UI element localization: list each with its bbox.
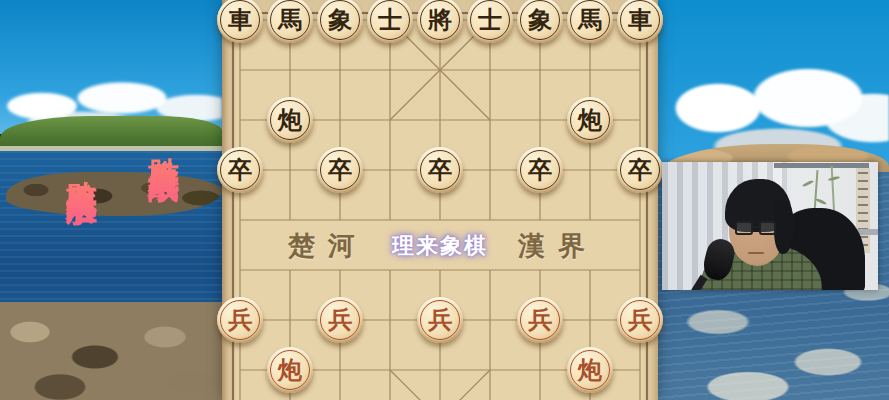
webcam-overlay <box>662 162 878 290</box>
piece-ring: 炮 <box>570 350 610 390</box>
piece-glyph: 士 <box>378 8 402 32</box>
piece-ring: 卒 <box>420 150 460 190</box>
piece-red-cannon[interactable]: 炮 <box>267 347 313 393</box>
piece-red-soldier[interactable]: 兵 <box>217 297 263 343</box>
piece-ring: 卒 <box>520 150 560 190</box>
piece-ring: 車 <box>620 0 660 40</box>
piece-black-horse[interactable]: 馬 <box>267 0 313 43</box>
piece-glyph: 兵 <box>528 308 552 332</box>
piece-ring: 炮 <box>270 350 310 390</box>
piece-ring: 馬 <box>270 0 310 40</box>
piece-black-cannon[interactable]: 炮 <box>567 97 613 143</box>
piece-glyph: 士 <box>478 8 502 32</box>
glasses-bridge <box>753 226 762 228</box>
glasses-lens <box>735 221 752 235</box>
piece-glyph: 卒 <box>428 158 452 182</box>
rock-spit <box>6 172 222 216</box>
piece-ring: 象 <box>320 0 360 40</box>
piece-black-chariot[interactable]: 車 <box>617 0 663 43</box>
piece-glyph: 象 <box>528 8 552 32</box>
piece-ring: 馬 <box>570 0 610 40</box>
piece-black-elephant[interactable]: 象 <box>517 0 563 43</box>
piece-glyph: 馬 <box>578 8 602 32</box>
piece-glyph: 炮 <box>278 108 302 132</box>
piece-ring: 象 <box>520 0 560 40</box>
piece-ring: 炮 <box>570 100 610 140</box>
screenshot-root: 楚河 理来象棋 漢界 車馬象士將士象馬車炮炮卒卒卒卒卒兵兵兵兵兵炮炮 胜兵先胜而… <box>0 0 889 400</box>
piece-red-cannon[interactable]: 炮 <box>567 347 613 393</box>
piece-ring: 卒 <box>320 150 360 190</box>
piece-glyph: 卒 <box>628 158 652 182</box>
glasses-lens <box>759 221 776 235</box>
piece-ring: 兵 <box>520 300 560 340</box>
piece-glyph: 將 <box>428 8 452 32</box>
rocky-shore <box>0 302 222 400</box>
piece-glyph: 卒 <box>528 158 552 182</box>
piece-glyph: 兵 <box>428 308 452 332</box>
webcam-curtain-rod <box>774 163 869 167</box>
webcam-person-mouth <box>748 252 763 254</box>
piece-glyph: 卒 <box>328 158 352 182</box>
bamboo-leaf <box>828 176 840 183</box>
piece-ring: 車 <box>220 0 260 40</box>
piece-black-advisor[interactable]: 士 <box>467 0 513 43</box>
piece-red-soldier[interactable]: 兵 <box>317 297 363 343</box>
piece-black-soldier[interactable]: 卒 <box>617 147 663 193</box>
piece-ring: 卒 <box>220 150 260 190</box>
piece-red-soldier[interactable]: 兵 <box>417 297 463 343</box>
piece-ring: 士 <box>470 0 510 40</box>
overlay-quote-line1: 胜兵先胜而后求战 <box>146 133 182 400</box>
webcam-person-hair <box>774 200 793 254</box>
piece-black-horse[interactable]: 馬 <box>567 0 613 43</box>
piece-black-elephant[interactable]: 象 <box>317 0 363 43</box>
piece-black-soldier[interactable]: 卒 <box>217 147 263 193</box>
piece-glyph: 車 <box>628 8 652 32</box>
piece-ring: 兵 <box>320 300 360 340</box>
piece-ring: 兵 <box>220 300 260 340</box>
piece-black-soldier[interactable]: 卒 <box>417 147 463 193</box>
piece-glyph: 炮 <box>278 358 302 382</box>
piece-red-soldier[interactable]: 兵 <box>517 297 563 343</box>
piece-ring: 兵 <box>620 300 660 340</box>
piece-black-cannon[interactable]: 炮 <box>267 97 313 143</box>
piece-ring: 卒 <box>620 150 660 190</box>
piece-glyph: 車 <box>228 8 252 32</box>
piece-glyph: 炮 <box>578 108 602 132</box>
background-left-scene <box>0 0 222 400</box>
piece-red-soldier[interactable]: 兵 <box>617 297 663 343</box>
piece-glyph: 兵 <box>328 308 352 332</box>
piece-black-soldier[interactable]: 卒 <box>317 147 363 193</box>
piece-black-general[interactable]: 將 <box>417 0 463 43</box>
piece-black-chariot[interactable]: 車 <box>217 0 263 43</box>
bamboo-leaf <box>815 198 827 205</box>
piece-ring: 士 <box>370 0 410 40</box>
piece-glyph: 馬 <box>278 8 302 32</box>
piece-ring: 兵 <box>420 300 460 340</box>
overlay-quote-line2: 败兵先战而后求胜 <box>64 156 100 400</box>
piece-glyph: 象 <box>328 8 352 32</box>
piece-glyph: 炮 <box>578 358 602 382</box>
piece-grid: 車馬象士將士象馬車炮炮卒卒卒卒卒兵兵兵兵兵炮炮 <box>215 0 665 400</box>
piece-black-advisor[interactable]: 士 <box>367 0 413 43</box>
piece-black-soldier[interactable]: 卒 <box>517 147 563 193</box>
piece-ring: 將 <box>420 0 460 40</box>
piece-glyph: 卒 <box>228 158 252 182</box>
piece-ring: 炮 <box>270 100 310 140</box>
piece-glyph: 兵 <box>228 308 252 332</box>
bamboo-leaf <box>802 180 814 188</box>
piece-glyph: 兵 <box>628 308 652 332</box>
